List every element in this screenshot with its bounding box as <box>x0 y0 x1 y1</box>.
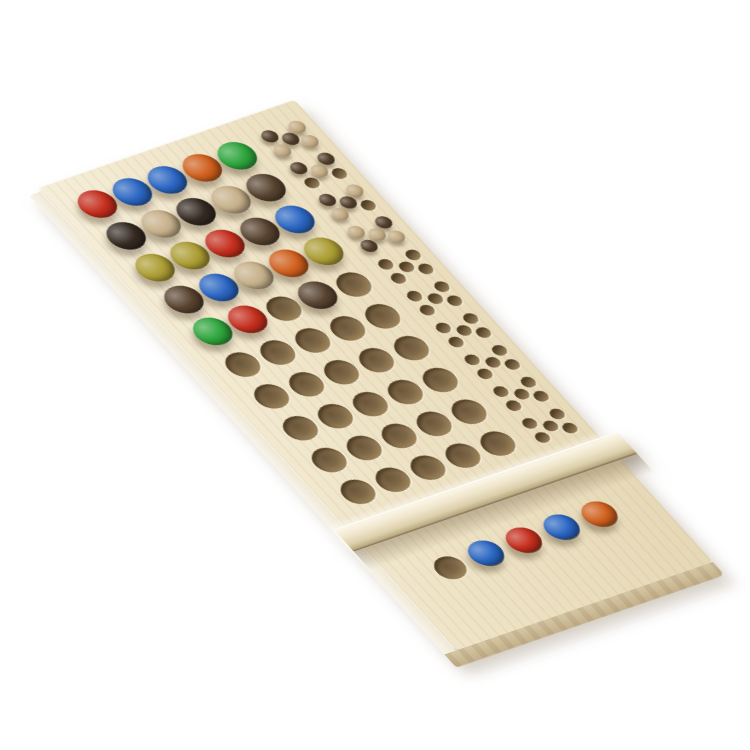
score-peg-black[interactable] <box>257 128 281 144</box>
score-hole-opening <box>404 289 425 303</box>
score-peg-white[interactable] <box>344 223 368 239</box>
score-hole-opening <box>559 421 580 435</box>
score-hole-opening <box>473 325 494 339</box>
score-hole-r2s4[interactable] <box>301 176 322 190</box>
score-hole-r6s1[interactable] <box>404 289 425 303</box>
score-hole-opening <box>388 271 409 285</box>
score-hole-opening <box>416 303 437 317</box>
score-hole-r3s5[interactable] <box>357 198 378 212</box>
score-peg-black[interactable] <box>286 160 310 176</box>
mastermind-board <box>37 99 713 650</box>
score-hole-r7s4[interactable] <box>445 335 466 349</box>
score-hole-r1s5[interactable] <box>300 134 321 148</box>
score-hole-opening <box>502 357 523 371</box>
score-hole-r7s1[interactable] <box>433 321 454 335</box>
score-hole-opening <box>415 262 436 276</box>
score-hole-opening <box>490 384 511 398</box>
score-peg-black[interactable] <box>315 192 339 208</box>
score-hole-r8s1[interactable] <box>461 352 482 366</box>
score-hole-opening <box>444 293 465 307</box>
score-hole-r1s4[interactable] <box>272 144 293 158</box>
score-hole-r5s1[interactable] <box>375 257 396 271</box>
score-hole-opening <box>532 430 553 444</box>
score-hole-r10s5[interactable] <box>559 421 580 435</box>
score-hole-opening <box>503 398 524 412</box>
score-hole-r7s5[interactable] <box>473 325 494 339</box>
score-peg-white[interactable] <box>384 228 408 244</box>
score-hole-r2s1[interactable] <box>289 162 310 176</box>
score-hole-r5s4[interactable] <box>388 271 409 285</box>
score-hole-opening <box>445 335 466 349</box>
score-hole-opening <box>433 321 454 335</box>
score-hole-r8s5[interactable] <box>502 357 523 371</box>
score-hole-r6s5[interactable] <box>444 293 465 307</box>
score-hole-r4s5[interactable] <box>386 230 407 244</box>
photo-background <box>0 0 750 750</box>
guess-rows <box>49 113 594 520</box>
score-hole-opening <box>519 416 540 430</box>
score-hole-r9s1[interactable] <box>490 384 511 398</box>
score-hole-opening <box>530 389 551 403</box>
score-hole-opening <box>461 352 482 366</box>
score-hole-opening <box>474 367 495 381</box>
score-hole-r4s1[interactable] <box>346 225 367 239</box>
score-peg-white[interactable] <box>298 133 322 149</box>
score-hole-opening <box>301 176 322 190</box>
score-hole-opening <box>329 166 350 180</box>
score-hole-opening <box>375 257 396 271</box>
score-hole-r1s1[interactable] <box>260 130 281 144</box>
score-hole-r9s5[interactable] <box>530 389 551 403</box>
score-hole-r9s4[interactable] <box>503 398 524 412</box>
score-hole-r3s4[interactable] <box>330 207 351 221</box>
score-hole-r10s4[interactable] <box>532 430 553 444</box>
score-hole-r4s4[interactable] <box>359 239 380 253</box>
score-hole-r2s5[interactable] <box>329 166 350 180</box>
score-hole-r8s4[interactable] <box>474 367 495 381</box>
score-hole-r3s1[interactable] <box>317 193 338 207</box>
score-hole-r10s1[interactable] <box>519 416 540 430</box>
score-hole-opening <box>357 198 378 212</box>
score-hole-r6s4[interactable] <box>416 303 437 317</box>
score-hole-r5s5[interactable] <box>415 262 436 276</box>
